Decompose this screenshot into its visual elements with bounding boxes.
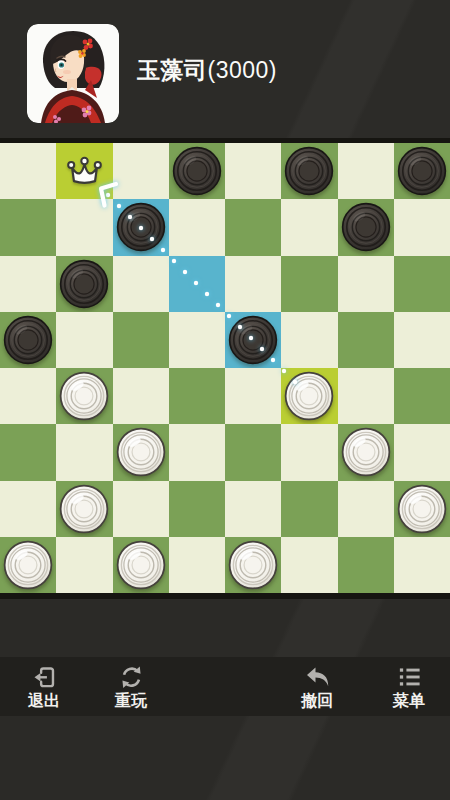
cell-r4c4[interactable] — [225, 368, 281, 424]
white-piece[interactable] — [341, 427, 391, 477]
cell-r0c4[interactable] — [225, 143, 281, 199]
undo-icon — [303, 664, 331, 690]
cell-r6c2[interactable] — [113, 481, 169, 537]
black-piece[interactable] — [341, 202, 391, 252]
cell-r3c6[interactable] — [338, 312, 394, 368]
black-piece[interactable] — [397, 146, 447, 196]
cell-r0c1[interactable] — [56, 143, 112, 199]
cell-r7c6[interactable] — [338, 537, 394, 593]
white-piece[interactable] — [59, 484, 109, 534]
cell-r7c2[interactable] — [113, 537, 169, 593]
cell-r6c6[interactable] — [338, 481, 394, 537]
cell-r2c5[interactable] — [281, 256, 337, 312]
cell-r3c0[interactable] — [0, 312, 56, 368]
undo-label: 撤回 — [301, 692, 333, 709]
replay-label: 重玩 — [115, 692, 147, 709]
player-rating: (3000) — [208, 57, 277, 83]
cell-r1c5[interactable] — [281, 199, 337, 255]
white-piece[interactable] — [116, 427, 166, 477]
exit-icon — [31, 664, 58, 690]
cell-r0c6[interactable] — [338, 143, 394, 199]
cell-r4c1[interactable] — [56, 368, 112, 424]
white-piece[interactable] — [116, 540, 166, 590]
cell-r1c0[interactable] — [0, 199, 56, 255]
black-piece[interactable] — [284, 146, 334, 196]
cell-r6c1[interactable] — [56, 481, 112, 537]
cell-r1c3[interactable] — [169, 199, 225, 255]
cell-r5c3[interactable] — [169, 424, 225, 480]
cell-r2c3[interactable] — [169, 256, 225, 312]
cell-r3c4[interactable] — [225, 312, 281, 368]
cell-r1c6[interactable] — [338, 199, 394, 255]
white-piece[interactable] — [228, 540, 278, 590]
cell-r2c4[interactable] — [225, 256, 281, 312]
exit-label: 退出 — [28, 692, 60, 709]
cell-r4c7[interactable] — [394, 368, 450, 424]
cell-r6c3[interactable] — [169, 481, 225, 537]
cell-r3c2[interactable] — [113, 312, 169, 368]
cell-r5c7[interactable] — [394, 424, 450, 480]
cell-r3c5[interactable] — [281, 312, 337, 368]
cell-r5c2[interactable] — [113, 424, 169, 480]
cell-r2c0[interactable] — [0, 256, 56, 312]
cell-r3c7[interactable] — [394, 312, 450, 368]
undo-button[interactable]: 撤回 — [288, 657, 346, 716]
cell-r0c5[interactable] — [281, 143, 337, 199]
cell-r6c4[interactable] — [225, 481, 281, 537]
black-piece[interactable] — [228, 315, 278, 365]
cell-r5c5[interactable] — [281, 424, 337, 480]
cell-r1c2[interactable] — [113, 199, 169, 255]
cell-r1c1[interactable] — [56, 199, 112, 255]
cell-r5c4[interactable] — [225, 424, 281, 480]
checkers-board[interactable] — [0, 143, 450, 593]
white-piece[interactable] — [3, 540, 53, 590]
black-piece[interactable] — [59, 259, 109, 309]
cell-r3c3[interactable] — [169, 312, 225, 368]
cell-r4c3[interactable] — [169, 368, 225, 424]
cell-r6c5[interactable] — [281, 481, 337, 537]
cell-r7c5[interactable] — [281, 537, 337, 593]
black-piece[interactable] — [172, 146, 222, 196]
cell-r0c3[interactable] — [169, 143, 225, 199]
opponent-info-bar: 玉藻司(3000) — [0, 0, 450, 138]
replay-icon — [118, 664, 145, 690]
promotion-crown-icon — [64, 155, 105, 188]
cell-r5c6[interactable] — [338, 424, 394, 480]
menu-button[interactable]: 菜单 — [380, 657, 438, 716]
white-piece[interactable] — [59, 371, 109, 421]
game-toolbar: 退出 重玩 撤回 — [0, 657, 450, 716]
cell-r4c5[interactable] — [281, 368, 337, 424]
cell-r7c1[interactable] — [56, 537, 112, 593]
replay-button[interactable]: 重玩 — [102, 657, 160, 716]
cell-r5c0[interactable] — [0, 424, 56, 480]
menu-icon — [396, 664, 423, 690]
cell-r2c2[interactable] — [113, 256, 169, 312]
avatar — [27, 24, 119, 123]
cell-r7c0[interactable] — [0, 537, 56, 593]
white-piece[interactable] — [397, 484, 447, 534]
cell-r1c7[interactable] — [394, 199, 450, 255]
cell-r6c7[interactable] — [394, 481, 450, 537]
player-name: 玉藻司(3000) — [137, 56, 277, 84]
cell-r5c1[interactable] — [56, 424, 112, 480]
cell-r0c2[interactable] — [113, 143, 169, 199]
exit-button[interactable]: 退出 — [15, 657, 73, 716]
cell-r7c7[interactable] — [394, 537, 450, 593]
white-piece[interactable] — [284, 371, 334, 421]
cell-r1c4[interactable] — [225, 199, 281, 255]
black-piece[interactable] — [116, 202, 166, 252]
cell-r3c1[interactable] — [56, 312, 112, 368]
cell-r7c3[interactable] — [169, 537, 225, 593]
cell-r4c6[interactable] — [338, 368, 394, 424]
cell-r0c0[interactable] — [0, 143, 56, 199]
cell-r0c7[interactable] — [394, 143, 450, 199]
black-piece[interactable] — [3, 315, 53, 365]
menu-label: 菜单 — [393, 692, 425, 709]
checkers-app-screen: 玉藻司(3000) — [0, 0, 450, 800]
cell-r2c6[interactable] — [338, 256, 394, 312]
cell-r4c0[interactable] — [0, 368, 56, 424]
bottom-panel: 退出 重玩 撤回 — [0, 599, 450, 800]
cell-r7c4[interactable] — [225, 537, 281, 593]
cell-r2c7[interactable] — [394, 256, 450, 312]
cell-r2c1[interactable] — [56, 256, 112, 312]
player-name-text: 玉藻司 — [137, 57, 208, 83]
cell-r4c2[interactable] — [113, 368, 169, 424]
cell-r6c0[interactable] — [0, 481, 56, 537]
